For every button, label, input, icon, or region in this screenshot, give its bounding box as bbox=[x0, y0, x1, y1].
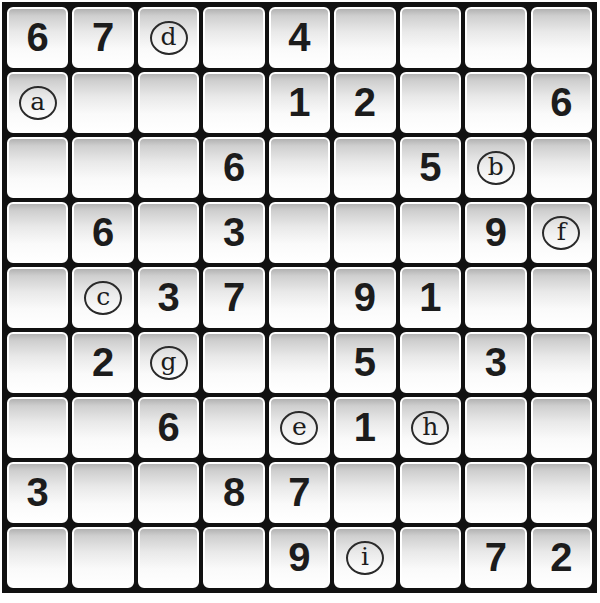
given-digit: 9 bbox=[485, 212, 507, 252]
sudoku-cell-r8c6[interactable] bbox=[334, 462, 395, 523]
sudoku-cell-r8c2[interactable] bbox=[72, 462, 133, 523]
sudoku-cell-r2c8[interactable] bbox=[465, 72, 526, 133]
circled-letter-e: e bbox=[280, 411, 318, 445]
given-digit: 2 bbox=[354, 82, 376, 122]
given-digit: 3 bbox=[223, 212, 245, 252]
given-digit: 9 bbox=[288, 537, 310, 577]
sudoku-cell-r4c2[interactable]: 6 bbox=[72, 202, 133, 263]
sudoku-cell-r1c1[interactable]: 6 bbox=[7, 7, 68, 68]
sudoku-cell-r8c4[interactable]: 8 bbox=[203, 462, 264, 523]
circled-letter-c: c bbox=[84, 281, 122, 315]
circled-letter-glyph: h bbox=[422, 414, 438, 439]
sudoku-cell-r7c7[interactable]: h bbox=[400, 397, 461, 458]
sudoku-cell-r8c8[interactable] bbox=[465, 462, 526, 523]
sudoku-cell-r2c9[interactable]: 6 bbox=[531, 72, 592, 133]
sudoku-cell-r7c2[interactable] bbox=[72, 397, 133, 458]
sudoku-cell-r8c5[interactable]: 7 bbox=[269, 462, 330, 523]
sudoku-cell-r9c9[interactable]: 2 bbox=[531, 527, 592, 588]
sudoku-cell-r4c9[interactable]: f bbox=[531, 202, 592, 263]
given-digit: 7 bbox=[92, 17, 114, 57]
sudoku-cell-r4c3[interactable] bbox=[138, 202, 199, 263]
sudoku-cell-r4c8[interactable]: 9 bbox=[465, 202, 526, 263]
sudoku-cell-r2c1[interactable]: a bbox=[7, 72, 68, 133]
given-digit: 6 bbox=[27, 17, 49, 57]
sudoku-cell-r1c4[interactable] bbox=[203, 7, 264, 68]
sudoku-cell-r9c5[interactable]: 9 bbox=[269, 527, 330, 588]
circled-letter-glyph: b bbox=[488, 154, 504, 179]
circled-letter-d: d bbox=[150, 21, 188, 55]
sudoku-cell-r6c7[interactable] bbox=[400, 332, 461, 393]
circled-letter-glyph: c bbox=[96, 284, 110, 309]
sudoku-cell-r6c5[interactable] bbox=[269, 332, 330, 393]
given-digit: 7 bbox=[288, 472, 310, 512]
given-digit: 6 bbox=[223, 147, 245, 187]
given-digit: 1 bbox=[419, 277, 441, 317]
sudoku-cell-r6c9[interactable] bbox=[531, 332, 592, 393]
circled-letter-b: b bbox=[477, 151, 515, 185]
given-digit: 3 bbox=[157, 277, 179, 317]
sudoku-cell-r3c8[interactable]: b bbox=[465, 137, 526, 198]
sudoku-cell-r4c1[interactable] bbox=[7, 202, 68, 263]
sudoku-cell-r2c4[interactable] bbox=[203, 72, 264, 133]
sudoku-cell-r2c7[interactable] bbox=[400, 72, 461, 133]
sudoku-cell-r8c3[interactable] bbox=[138, 462, 199, 523]
sudoku-cell-r4c6[interactable] bbox=[334, 202, 395, 263]
sudoku-cell-r4c5[interactable] bbox=[269, 202, 330, 263]
sudoku-cell-r3c4[interactable]: 6 bbox=[203, 137, 264, 198]
sudoku-cell-r4c4[interactable]: 3 bbox=[203, 202, 264, 263]
sudoku-cell-r9c2[interactable] bbox=[72, 527, 133, 588]
sudoku-cell-r5c7[interactable]: 1 bbox=[400, 267, 461, 328]
sudoku-cell-r2c6[interactable]: 2 bbox=[334, 72, 395, 133]
sudoku-cell-r7c8[interactable] bbox=[465, 397, 526, 458]
sudoku-cell-r9c3[interactable] bbox=[138, 527, 199, 588]
sudoku-cell-r3c1[interactable] bbox=[7, 137, 68, 198]
sudoku-cell-r6c8[interactable]: 3 bbox=[465, 332, 526, 393]
sudoku-cell-r9c8[interactable]: 7 bbox=[465, 527, 526, 588]
sudoku-cell-r5c3[interactable]: 3 bbox=[138, 267, 199, 328]
sudoku-cell-r3c5[interactable] bbox=[269, 137, 330, 198]
sudoku-cell-r1c3[interactable]: d bbox=[138, 7, 199, 68]
sudoku-cell-r3c6[interactable] bbox=[334, 137, 395, 198]
given-digit: 5 bbox=[354, 342, 376, 382]
sudoku-cell-r8c9[interactable] bbox=[531, 462, 592, 523]
given-digit: 7 bbox=[485, 537, 507, 577]
sudoku-cell-r9c7[interactable] bbox=[400, 527, 461, 588]
sudoku-cell-r5c4[interactable]: 7 bbox=[203, 267, 264, 328]
given-digit: 5 bbox=[419, 147, 441, 187]
sudoku-board: 67d4a12665b639fc37912g536e1h3879i72 bbox=[2, 2, 597, 593]
sudoku-cell-r6c3[interactable]: g bbox=[138, 332, 199, 393]
sudoku-cell-r1c7[interactable] bbox=[400, 7, 461, 68]
sudoku-cell-r3c3[interactable] bbox=[138, 137, 199, 198]
sudoku-cell-r8c1[interactable]: 3 bbox=[7, 462, 68, 523]
sudoku-cell-r1c5[interactable]: 4 bbox=[269, 7, 330, 68]
given-digit: 6 bbox=[550, 82, 572, 122]
circled-letter-glyph: f bbox=[557, 219, 566, 244]
given-digit: 3 bbox=[27, 472, 49, 512]
sudoku-cell-r5c6[interactable]: 9 bbox=[334, 267, 395, 328]
sudoku-cell-r2c3[interactable] bbox=[138, 72, 199, 133]
sudoku-cell-r7c4[interactable] bbox=[203, 397, 264, 458]
sudoku-cell-r1c2[interactable]: 7 bbox=[72, 7, 133, 68]
circled-letter-glyph: i bbox=[361, 544, 369, 569]
sudoku-cell-r5c2[interactable]: c bbox=[72, 267, 133, 328]
given-digit: 3 bbox=[485, 342, 507, 382]
sudoku-cell-r3c2[interactable] bbox=[72, 137, 133, 198]
given-digit: 9 bbox=[354, 277, 376, 317]
sudoku-cell-r9c6[interactable]: i bbox=[334, 527, 395, 588]
given-digit: 6 bbox=[157, 407, 179, 447]
sudoku-cell-r7c5[interactable]: e bbox=[269, 397, 330, 458]
circled-letter-glyph: e bbox=[292, 414, 307, 439]
sudoku-cell-r1c9[interactable] bbox=[531, 7, 592, 68]
given-digit: 7 bbox=[223, 277, 245, 317]
given-digit: 6 bbox=[92, 212, 114, 252]
sudoku-cell-r6c6[interactable]: 5 bbox=[334, 332, 395, 393]
sudoku-cell-r7c3[interactable]: 6 bbox=[138, 397, 199, 458]
given-digit: 8 bbox=[223, 472, 245, 512]
circled-letter-h: h bbox=[411, 411, 449, 445]
given-digit: 2 bbox=[92, 342, 114, 382]
sudoku-cell-r7c6[interactable]: 1 bbox=[334, 397, 395, 458]
sudoku-cell-r5c9[interactable] bbox=[531, 267, 592, 328]
circled-letter-glyph: d bbox=[161, 24, 177, 49]
sudoku-cell-r5c1[interactable] bbox=[7, 267, 68, 328]
sudoku-cell-r3c9[interactable] bbox=[531, 137, 592, 198]
sudoku-cell-r7c9[interactable] bbox=[531, 397, 592, 458]
given-digit: 4 bbox=[288, 17, 310, 57]
given-digit: 2 bbox=[550, 537, 572, 577]
sudoku-cell-r3c7[interactable]: 5 bbox=[400, 137, 461, 198]
circled-letter-a: a bbox=[19, 86, 57, 120]
sudoku-cell-r9c1[interactable] bbox=[7, 527, 68, 588]
sudoku-cell-r1c8[interactable] bbox=[465, 7, 526, 68]
circled-letter-g: g bbox=[150, 346, 188, 380]
circled-letter-f: f bbox=[542, 216, 580, 250]
sudoku-cell-r2c2[interactable] bbox=[72, 72, 133, 133]
sudoku-cell-r5c5[interactable] bbox=[269, 267, 330, 328]
sudoku-cell-r6c4[interactable] bbox=[203, 332, 264, 393]
sudoku-cell-r1c6[interactable] bbox=[334, 7, 395, 68]
sudoku-cell-r4c7[interactable] bbox=[400, 202, 461, 263]
sudoku-cell-r6c2[interactable]: 2 bbox=[72, 332, 133, 393]
page: 67d4a12665b639fc37912g536e1h3879i72 bbox=[0, 0, 600, 603]
sudoku-cell-r6c1[interactable] bbox=[7, 332, 68, 393]
sudoku-cell-r8c7[interactable] bbox=[400, 462, 461, 523]
sudoku-cell-r7c1[interactable] bbox=[7, 397, 68, 458]
circled-letter-glyph: a bbox=[30, 89, 45, 114]
sudoku-cell-r9c4[interactable] bbox=[203, 527, 264, 588]
given-digit: 1 bbox=[288, 82, 310, 122]
sudoku-cell-r2c5[interactable]: 1 bbox=[269, 72, 330, 133]
sudoku-cell-r5c8[interactable] bbox=[465, 267, 526, 328]
circled-letter-glyph: g bbox=[161, 349, 177, 374]
given-digit: 1 bbox=[354, 407, 376, 447]
circled-letter-i: i bbox=[346, 541, 384, 575]
